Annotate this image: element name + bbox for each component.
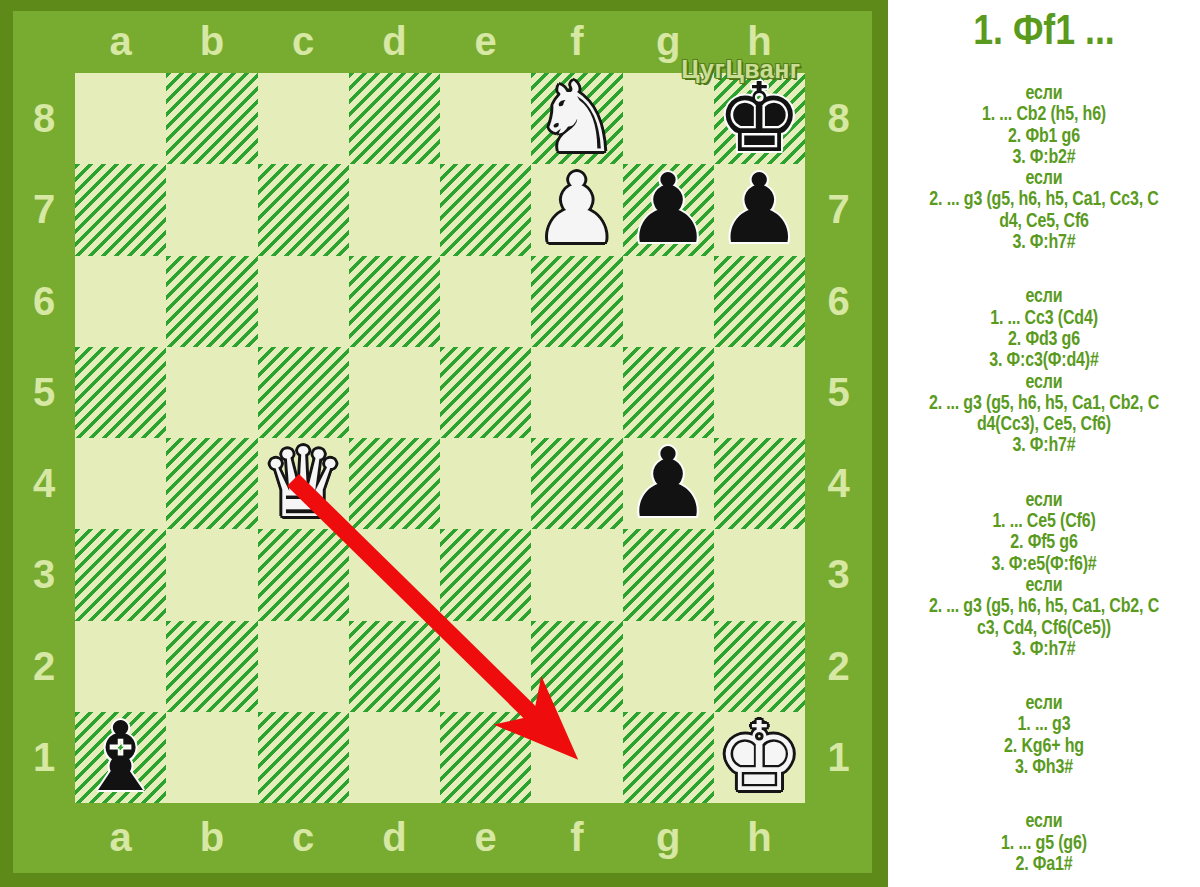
rank-label-2: 2: [13, 621, 75, 712]
move-line: 2. Фb1 g6: [919, 125, 1169, 146]
move-line: 2. ... g3 (g5, h6, h5, Ca1, Cb2, C: [919, 595, 1169, 616]
piece-white-queen-c4: ♛: [260, 438, 346, 529]
move-line: если: [919, 285, 1169, 306]
move-line: 3. Ф:h7#: [919, 638, 1169, 659]
move-line: если: [919, 574, 1169, 595]
file-label-g: g: [623, 803, 714, 873]
rank-label-7: 7: [805, 164, 872, 255]
move-line: d4, Ce5, Cf6: [919, 210, 1169, 231]
file-label-a: a: [75, 803, 166, 873]
move-line: 1. ... g5 (g6): [919, 832, 1169, 853]
square-b2: [166, 621, 257, 712]
square-a6: [75, 256, 166, 347]
watermark-text: ЦугЦванг: [652, 55, 830, 84]
square-g1: [623, 712, 714, 803]
piece-white-knight-f8: ♞: [534, 73, 620, 164]
move-line: 1. ... g3: [919, 713, 1169, 734]
square-g3: [623, 529, 714, 620]
move-line: 2. Фf5 g6: [919, 531, 1169, 552]
move-line: 2. Фd3 g6: [919, 328, 1169, 349]
move-line: 3. Ф:h7#: [919, 434, 1169, 455]
square-g7: ♟: [623, 164, 714, 255]
square-a8: [75, 73, 166, 164]
move-line: если: [919, 371, 1169, 392]
file-label-h: h: [714, 803, 805, 873]
piece-black-pawn-g7: ♟: [625, 164, 711, 255]
solution-title: 1. Фf1 ...: [911, 6, 1176, 54]
square-c7: [258, 164, 349, 255]
piece-white-pawn-f7: ♟: [534, 164, 620, 255]
move-line: если: [919, 489, 1169, 510]
file-label-b: b: [166, 803, 257, 873]
rank-label-1: 1: [805, 712, 872, 803]
square-a3: [75, 529, 166, 620]
ranks-right: 87654321: [805, 73, 872, 803]
rank-label-6: 6: [13, 256, 75, 347]
rank-label-1: 1: [13, 712, 75, 803]
variation-block-5: если1. ... g5 (g6)2. Фа1#: [888, 810, 1200, 874]
square-g2: [623, 621, 714, 712]
square-f8: ♞: [531, 73, 622, 164]
square-h5: [714, 347, 805, 438]
square-g6: [623, 256, 714, 347]
piece-black-pawn-h7: ♟: [716, 164, 802, 255]
square-d6: [349, 256, 440, 347]
square-a7: [75, 164, 166, 255]
square-g4: ♟: [623, 438, 714, 529]
rank-label-3: 3: [805, 529, 872, 620]
square-d4: [349, 438, 440, 529]
square-e2: [440, 621, 531, 712]
move-line: 3. Ф:b2#: [919, 146, 1169, 167]
file-label-e: e: [440, 803, 531, 873]
square-a5: [75, 347, 166, 438]
file-label-d: d: [349, 11, 440, 73]
square-g5: [623, 347, 714, 438]
square-f7: ♟: [531, 164, 622, 255]
rank-label-6: 6: [805, 256, 872, 347]
move-line: c3, Cd4, Cf6(Ce5)): [919, 617, 1169, 638]
square-d8: [349, 73, 440, 164]
variation-block-3: если1. ... Ce5 (Cf6)2. Фf5 g63. Ф:e5(Ф:f…: [888, 489, 1200, 659]
square-e3: [440, 529, 531, 620]
square-c3: [258, 529, 349, 620]
move-line: 3. Ф:h7#: [919, 231, 1169, 252]
variation-block-4: если1. ... g32. Kg6+ hg3. Фh3#: [888, 692, 1200, 777]
files-bottom: abcdefgh: [75, 803, 805, 873]
file-label-c: c: [258, 803, 349, 873]
move-line: 1. ... Cb2 (h5, h6): [919, 103, 1169, 124]
square-h3: [714, 529, 805, 620]
square-d2: [349, 621, 440, 712]
square-b1: [166, 712, 257, 803]
square-b6: [166, 256, 257, 347]
square-f6: [531, 256, 622, 347]
square-c2: [258, 621, 349, 712]
square-b7: [166, 164, 257, 255]
rank-label-2: 2: [805, 621, 872, 712]
move-line: если: [919, 810, 1169, 831]
piece-black-pawn-g4: ♟: [625, 438, 711, 529]
variation-block-1: если1. ... Cb2 (h5, h6)2. Фb1 g63. Ф:b2#…: [888, 82, 1200, 252]
square-a1: ♝: [75, 712, 166, 803]
file-label-f: f: [531, 803, 622, 873]
rank-label-3: 3: [13, 529, 75, 620]
square-f5: [531, 347, 622, 438]
square-e7: [440, 164, 531, 255]
move-line: 3. Фh3#: [919, 756, 1169, 777]
square-g8: [623, 73, 714, 164]
square-f2: [531, 621, 622, 712]
square-c5: [258, 347, 349, 438]
solution-blocks: если1. ... Cb2 (h5, h6)2. Фb1 g63. Ф:b2#…: [888, 82, 1200, 874]
move-line: 1. ... Cc3 (Cd4): [919, 307, 1169, 328]
square-h7: ♟: [714, 164, 805, 255]
solution-panel: 1. Фf1 ... если1. ... Cb2 (h5, h6)2. Фb1…: [888, 0, 1200, 887]
square-a2: [75, 621, 166, 712]
square-f3: [531, 529, 622, 620]
square-e4: [440, 438, 531, 529]
square-f1: [531, 712, 622, 803]
square-d7: [349, 164, 440, 255]
move-line: 2. ... g3 (g5, h6, h5, Ca1, Cc3, C: [919, 188, 1169, 209]
move-line: 2. ... g3 (g5, h6, h5, Ca1, Cb2, C: [919, 392, 1169, 413]
page: abcdefgh abcdefgh 87654321 87654321 ♞♚♟♟…: [0, 0, 1200, 887]
board-grid: ♞♚♟♟♟♛♟♝♚: [75, 73, 805, 803]
move-line: 1. ... Ce5 (Cf6): [919, 510, 1169, 531]
move-line: 2. Фа1#: [919, 853, 1169, 874]
file-label-e: e: [440, 11, 531, 73]
square-c1: [258, 712, 349, 803]
move-line: если: [919, 167, 1169, 188]
square-d1: [349, 712, 440, 803]
file-label-d: d: [349, 803, 440, 873]
square-b3: [166, 529, 257, 620]
square-b4: [166, 438, 257, 529]
file-label-c: c: [258, 11, 349, 73]
square-h6: [714, 256, 805, 347]
rank-label-4: 4: [805, 438, 872, 529]
file-label-b: b: [166, 11, 257, 73]
move-line: если: [919, 692, 1169, 713]
square-b8: [166, 73, 257, 164]
square-h2: [714, 621, 805, 712]
square-e6: [440, 256, 531, 347]
square-c8: [258, 73, 349, 164]
square-a4: [75, 438, 166, 529]
file-label-a: a: [75, 11, 166, 73]
square-e5: [440, 347, 531, 438]
square-c4: ♛: [258, 438, 349, 529]
ranks-left: 87654321: [13, 73, 75, 803]
square-d5: [349, 347, 440, 438]
square-e1: [440, 712, 531, 803]
piece-black-king-h8: ♚: [716, 73, 802, 164]
piece-black-bishop-a1: ♝: [78, 712, 164, 803]
move-line: 3. Ф:c3(Ф:d4)#: [919, 349, 1169, 370]
square-h1: ♚: [714, 712, 805, 803]
rank-label-4: 4: [13, 438, 75, 529]
square-b5: [166, 347, 257, 438]
variation-block-2: если1. ... Cc3 (Cd4)2. Фd3 g63. Ф:c3(Ф:d…: [888, 285, 1200, 455]
square-h8: ♚: [714, 73, 805, 164]
rank-label-8: 8: [13, 73, 75, 164]
square-c6: [258, 256, 349, 347]
square-d3: [349, 529, 440, 620]
move-line: 2. Kg6+ hg: [919, 735, 1169, 756]
square-h4: [714, 438, 805, 529]
move-line: 3. Ф:e5(Ф:f6)#: [919, 553, 1169, 574]
chessboard: abcdefgh abcdefgh 87654321 87654321 ♞♚♟♟…: [0, 0, 888, 887]
move-line: d4(Cc3), Ce5, Cf6): [919, 413, 1169, 434]
rank-label-8: 8: [805, 73, 872, 164]
rank-label-5: 5: [805, 347, 872, 438]
square-e8: [440, 73, 531, 164]
move-line: если: [919, 82, 1169, 103]
rank-label-7: 7: [13, 164, 75, 255]
square-f4: [531, 438, 622, 529]
rank-label-5: 5: [13, 347, 75, 438]
piece-white-king-h1: ♚: [716, 712, 802, 803]
